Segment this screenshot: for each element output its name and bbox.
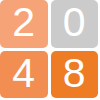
tile-r0c1: 0	[51, 0, 99, 48]
tile-r0c0: 2	[0, 0, 48, 48]
tile-value: 8	[63, 53, 86, 94]
tile-value: 0	[63, 2, 86, 43]
tile-value: 4	[12, 53, 35, 94]
tile-value: 2	[12, 2, 35, 43]
tile-r1c1: 8	[51, 51, 99, 99]
2048-board[interactable]: 2 0 4 8	[0, 0, 98, 98]
tile-r1c0: 4	[0, 51, 48, 99]
